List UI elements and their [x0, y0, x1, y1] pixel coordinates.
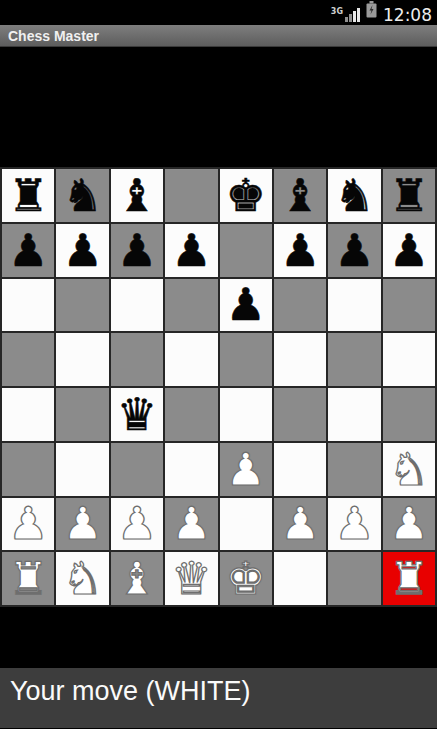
square-e8[interactable]: ♚ [220, 169, 272, 222]
square-h2[interactable]: ♟ [383, 498, 435, 551]
square-a2[interactable]: ♟ [2, 498, 54, 551]
piece-black-queen: ♛ [117, 392, 157, 437]
square-f1[interactable] [274, 552, 326, 605]
piece-black-pawn: ♟ [117, 228, 157, 273]
square-d8[interactable] [165, 169, 217, 222]
square-b8[interactable]: ♞ [56, 169, 108, 222]
piece-white-pawn: ♟ [62, 501, 102, 546]
move-status-text: Your move (WHITE) [10, 676, 251, 707]
square-e2[interactable] [220, 498, 272, 551]
chess-board[interactable]: ♜♞♝♚♝♞♜♟♟♟♟♟♟♟♟♛♟♞♟♟♟♟♟♟♟♜♞♝♛♚♜ [0, 167, 437, 607]
square-b1[interactable]: ♞ [56, 552, 108, 605]
square-c8[interactable]: ♝ [111, 169, 163, 222]
piece-white-pawn: ♟ [117, 501, 157, 546]
square-a1[interactable]: ♜ [2, 552, 54, 605]
piece-white-pawn: ♟ [171, 501, 211, 546]
square-c1[interactable]: ♝ [111, 552, 163, 605]
bottom-black-area [0, 607, 437, 668]
piece-black-bishop: ♝ [280, 173, 320, 218]
top-black-area [0, 47, 437, 167]
square-d1[interactable]: ♛ [165, 552, 217, 605]
square-h7[interactable]: ♟ [383, 224, 435, 277]
piece-black-pawn: ♟ [389, 228, 429, 273]
square-d3[interactable] [165, 443, 217, 496]
piece-white-bishop: ♝ [117, 556, 157, 601]
square-a5[interactable] [2, 333, 54, 386]
square-h5[interactable] [383, 333, 435, 386]
piece-black-rook: ♜ [8, 173, 48, 218]
move-status-bar: Your move (WHITE) [0, 668, 437, 728]
square-d4[interactable] [165, 388, 217, 441]
square-f6[interactable] [274, 279, 326, 332]
square-a3[interactable] [2, 443, 54, 496]
piece-black-pawn: ♟ [280, 228, 320, 273]
square-e1[interactable]: ♚ [220, 552, 272, 605]
square-g5[interactable] [328, 333, 380, 386]
square-h8[interactable]: ♜ [383, 169, 435, 222]
square-e7[interactable] [220, 224, 272, 277]
square-e3[interactable]: ♟ [220, 443, 272, 496]
app-root: 3G 12:08 Chess Master ♜♞♝♚♝♞♜♟♟♟♟♟♟♟♟♛♟♞… [0, 0, 437, 729]
piece-white-rook: ♜ [389, 556, 429, 601]
signal-3g-icon: 3G [331, 8, 360, 22]
title-bar: Chess Master [0, 25, 437, 47]
piece-black-pawn: ♟ [226, 282, 266, 327]
piece-black-pawn: ♟ [334, 228, 374, 273]
square-g6[interactable] [328, 279, 380, 332]
square-c7[interactable]: ♟ [111, 224, 163, 277]
square-f2[interactable]: ♟ [274, 498, 326, 551]
piece-white-pawn: ♟ [226, 447, 266, 492]
square-b7[interactable]: ♟ [56, 224, 108, 277]
square-a4[interactable] [2, 388, 54, 441]
square-f4[interactable] [274, 388, 326, 441]
piece-black-pawn: ♟ [62, 228, 102, 273]
piece-black-pawn: ♟ [171, 228, 211, 273]
status-bar: 3G 12:08 [0, 0, 437, 25]
square-g7[interactable]: ♟ [328, 224, 380, 277]
square-c6[interactable] [111, 279, 163, 332]
status-time: 12:08 [383, 7, 432, 24]
square-c3[interactable] [111, 443, 163, 496]
square-g8[interactable]: ♞ [328, 169, 380, 222]
square-f3[interactable] [274, 443, 326, 496]
square-f5[interactable] [274, 333, 326, 386]
piece-white-king: ♚ [226, 556, 266, 601]
piece-white-knight: ♞ [389, 447, 429, 492]
square-b3[interactable] [56, 443, 108, 496]
square-g3[interactable] [328, 443, 380, 496]
square-a6[interactable] [2, 279, 54, 332]
piece-black-bishop: ♝ [117, 173, 157, 218]
square-h6[interactable] [383, 279, 435, 332]
piece-black-rook: ♜ [389, 173, 429, 218]
square-e5[interactable] [220, 333, 272, 386]
piece-black-knight: ♞ [62, 173, 102, 218]
square-b5[interactable] [56, 333, 108, 386]
piece-white-pawn: ♟ [389, 501, 429, 546]
square-a7[interactable]: ♟ [2, 224, 54, 277]
piece-white-queen: ♛ [171, 556, 211, 601]
piece-white-pawn: ♟ [280, 501, 320, 546]
square-g4[interactable] [328, 388, 380, 441]
signal-bars-icon [345, 8, 360, 22]
square-b6[interactable] [56, 279, 108, 332]
square-c2[interactable]: ♟ [111, 498, 163, 551]
square-b4[interactable] [56, 388, 108, 441]
square-e4[interactable] [220, 388, 272, 441]
piece-black-knight: ♞ [334, 173, 374, 218]
square-h3[interactable]: ♞ [383, 443, 435, 496]
piece-black-pawn: ♟ [8, 228, 48, 273]
square-d7[interactable]: ♟ [165, 224, 217, 277]
square-b2[interactable]: ♟ [56, 498, 108, 551]
piece-white-pawn: ♟ [8, 501, 48, 546]
square-g2[interactable]: ♟ [328, 498, 380, 551]
app-title: Chess Master [8, 28, 99, 44]
network-type-label: 3G [331, 8, 343, 16]
square-a8[interactable]: ♜ [2, 169, 54, 222]
square-c5[interactable] [111, 333, 163, 386]
square-d2[interactable]: ♟ [165, 498, 217, 551]
square-h4[interactable] [383, 388, 435, 441]
square-g1[interactable] [328, 552, 380, 605]
piece-white-rook: ♜ [8, 556, 48, 601]
square-h1[interactable]: ♜ [383, 552, 435, 605]
square-c4[interactable]: ♛ [111, 388, 163, 441]
square-f8[interactable]: ♝ [274, 169, 326, 222]
piece-black-king: ♚ [226, 173, 266, 218]
square-d6[interactable] [165, 279, 217, 332]
square-e6[interactable]: ♟ [220, 279, 272, 332]
piece-white-pawn: ♟ [334, 501, 374, 546]
status-icons: 3G 12:08 [331, 1, 432, 25]
square-d5[interactable] [165, 333, 217, 386]
battery-charging-icon [366, 1, 377, 22]
square-f7[interactable]: ♟ [274, 224, 326, 277]
piece-white-knight: ♞ [62, 556, 102, 601]
